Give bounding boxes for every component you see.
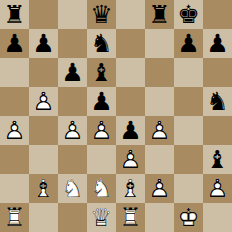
white-pawn-piece[interactable]: ♟♙	[145, 116, 174, 145]
square-a5[interactable]	[0, 87, 29, 116]
knight-outline-glyph: ♘	[87, 174, 116, 203]
pawn-outline-glyph: ♙	[116, 145, 145, 174]
square-g7[interactable]: ♟	[174, 29, 203, 58]
pawn-outline-glyph: ♙	[145, 174, 174, 203]
square-e3[interactable]: ♟♙	[116, 145, 145, 174]
square-f7[interactable]	[145, 29, 174, 58]
square-g2[interactable]	[174, 174, 203, 203]
square-d6[interactable]: ♝	[87, 58, 116, 87]
square-b7[interactable]: ♟	[29, 29, 58, 58]
black-pawn-piece[interactable]: ♟	[203, 29, 232, 58]
square-d5[interactable]: ♟	[87, 87, 116, 116]
black-pawn-piece[interactable]: ♟	[0, 29, 29, 58]
square-d1[interactable]: ♛♕	[87, 203, 116, 232]
square-c5[interactable]	[58, 87, 87, 116]
square-f1[interactable]	[145, 203, 174, 232]
square-b5[interactable]: ♟♙	[29, 87, 58, 116]
black-rook-piece[interactable]: ♜	[0, 0, 29, 29]
black-knight-piece[interactable]: ♞	[203, 87, 232, 116]
square-g3[interactable]	[174, 145, 203, 174]
square-e2[interactable]: ♝♗	[116, 174, 145, 203]
pawn-outline-glyph: ♙	[0, 116, 29, 145]
square-g5[interactable]	[174, 87, 203, 116]
square-c7[interactable]	[58, 29, 87, 58]
black-pawn-piece[interactable]: ♟	[87, 87, 116, 116]
square-h3[interactable]: ♝	[203, 145, 232, 174]
white-pawn-piece[interactable]: ♟♙	[0, 116, 29, 145]
black-king-piece[interactable]: ♚	[174, 0, 203, 29]
square-b3[interactable]	[29, 145, 58, 174]
square-d2[interactable]: ♞♘	[87, 174, 116, 203]
white-pawn-piece[interactable]: ♟♙	[203, 174, 232, 203]
pawn-outline-glyph: ♙	[145, 116, 174, 145]
black-bishop-piece[interactable]: ♝	[87, 58, 116, 87]
black-rook-piece[interactable]: ♜	[145, 0, 174, 29]
square-h1[interactable]	[203, 203, 232, 232]
square-h7[interactable]: ♟	[203, 29, 232, 58]
knight-outline-glyph: ♘	[58, 174, 87, 203]
square-b2[interactable]: ♝♗	[29, 174, 58, 203]
square-a7[interactable]: ♟	[0, 29, 29, 58]
square-a4[interactable]: ♟♙	[0, 116, 29, 145]
white-pawn-piece[interactable]: ♟♙	[58, 116, 87, 145]
square-f6[interactable]	[145, 58, 174, 87]
square-f3[interactable]	[145, 145, 174, 174]
square-a2[interactable]	[0, 174, 29, 203]
square-a8[interactable]: ♜	[0, 0, 29, 29]
square-c6[interactable]: ♟	[58, 58, 87, 87]
square-b4[interactable]	[29, 116, 58, 145]
white-bishop-piece[interactable]: ♝♗	[29, 174, 58, 203]
white-knight-piece[interactable]: ♞♘	[58, 174, 87, 203]
black-pawn-piece[interactable]: ♟	[58, 58, 87, 87]
square-d7[interactable]: ♞	[87, 29, 116, 58]
rook-outline-glyph: ♖	[116, 203, 145, 232]
square-e4[interactable]: ♟	[116, 116, 145, 145]
bishop-outline-glyph: ♗	[116, 174, 145, 203]
black-queen-piece[interactable]: ♛	[87, 0, 116, 29]
white-queen-piece[interactable]: ♛♕	[87, 203, 116, 232]
square-d4[interactable]: ♟♙	[87, 116, 116, 145]
square-h8[interactable]	[203, 0, 232, 29]
pawn-outline-glyph: ♙	[87, 116, 116, 145]
square-d8[interactable]: ♛	[87, 0, 116, 29]
square-f8[interactable]: ♜	[145, 0, 174, 29]
square-h4[interactable]	[203, 116, 232, 145]
king-outline-glyph: ♔	[174, 203, 203, 232]
white-rook-piece[interactable]: ♜♖	[116, 203, 145, 232]
square-d3[interactable]	[87, 145, 116, 174]
rook-outline-glyph: ♖	[0, 203, 29, 232]
square-b1[interactable]	[29, 203, 58, 232]
black-pawn-piece[interactable]: ♟	[29, 29, 58, 58]
square-f5[interactable]	[145, 87, 174, 116]
square-e7[interactable]	[116, 29, 145, 58]
white-pawn-piece[interactable]: ♟♙	[116, 145, 145, 174]
white-pawn-piece[interactable]: ♟♙	[29, 87, 58, 116]
white-rook-piece[interactable]: ♜♖	[0, 203, 29, 232]
square-h5[interactable]: ♞	[203, 87, 232, 116]
square-e8[interactable]	[116, 0, 145, 29]
square-c3[interactable]	[58, 145, 87, 174]
square-a3[interactable]	[0, 145, 29, 174]
square-h2[interactable]: ♟♙	[203, 174, 232, 203]
queen-outline-glyph: ♕	[87, 203, 116, 232]
white-knight-piece[interactable]: ♞♘	[87, 174, 116, 203]
square-c2[interactable]: ♞♘	[58, 174, 87, 203]
square-f2[interactable]: ♟♙	[145, 174, 174, 203]
square-c8[interactable]	[58, 0, 87, 29]
white-pawn-piece[interactable]: ♟♙	[87, 116, 116, 145]
square-h6[interactable]	[203, 58, 232, 87]
pawn-outline-glyph: ♙	[29, 87, 58, 116]
square-g8[interactable]: ♚	[174, 0, 203, 29]
white-king-piece[interactable]: ♚♔	[174, 203, 203, 232]
square-e5[interactable]	[116, 87, 145, 116]
chess-board: ♜♛♜♚♟♟♞♟♟♟♝♟♙♟♞♟♙♟♙♟♙♟♟♙♟♙♝♝♗♞♘♞♘♝♗♟♙♟♙♜…	[0, 0, 232, 232]
pawn-outline-glyph: ♙	[203, 174, 232, 203]
pawn-outline-glyph: ♙	[58, 116, 87, 145]
square-c4[interactable]: ♟♙	[58, 116, 87, 145]
square-c1[interactable]	[58, 203, 87, 232]
black-bishop-piece[interactable]: ♝	[203, 145, 232, 174]
square-a1[interactable]: ♜♖	[0, 203, 29, 232]
white-pawn-piece[interactable]: ♟♙	[145, 174, 174, 203]
square-g4[interactable]	[174, 116, 203, 145]
square-g1[interactable]: ♚♔	[174, 203, 203, 232]
bishop-outline-glyph: ♗	[29, 174, 58, 203]
black-pawn-piece[interactable]: ♟	[116, 116, 145, 145]
square-g6[interactable]	[174, 58, 203, 87]
square-b8[interactable]	[29, 0, 58, 29]
square-f4[interactable]: ♟♙	[145, 116, 174, 145]
square-e6[interactable]	[116, 58, 145, 87]
black-pawn-piece[interactable]: ♟	[174, 29, 203, 58]
white-bishop-piece[interactable]: ♝♗	[116, 174, 145, 203]
square-e1[interactable]: ♜♖	[116, 203, 145, 232]
square-a6[interactable]	[0, 58, 29, 87]
black-knight-piece[interactable]: ♞	[87, 29, 116, 58]
square-b6[interactable]	[29, 58, 58, 87]
